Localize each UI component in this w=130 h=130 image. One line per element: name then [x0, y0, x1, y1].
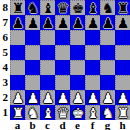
- rank-label-8: 8: [0, 0, 10, 15]
- rank-label-7: 7: [0, 15, 10, 30]
- piece-black-pawn[interactable]: ♟: [102, 16, 115, 30]
- piece-white-knight[interactable]: ♞: [102, 106, 115, 120]
- square-a5[interactable]: [10, 45, 25, 60]
- square-a3[interactable]: [10, 75, 25, 90]
- square-h7[interactable]: ♟: [115, 15, 130, 30]
- piece-white-rook[interactable]: ♜: [12, 106, 25, 120]
- file-label-a: a: [10, 120, 25, 130]
- square-b5[interactable]: [25, 45, 40, 60]
- piece-black-king[interactable]: ♚: [72, 1, 85, 15]
- square-c2[interactable]: ♟: [40, 90, 55, 105]
- square-e4[interactable]: [70, 60, 85, 75]
- square-h6[interactable]: [115, 30, 130, 45]
- piece-white-queen[interactable]: ♛: [57, 106, 70, 120]
- piece-black-bishop[interactable]: ♝: [42, 1, 55, 15]
- square-d3[interactable]: [55, 75, 70, 90]
- square-f2[interactable]: ♟: [85, 90, 100, 105]
- square-e1[interactable]: ♚: [70, 105, 85, 120]
- piece-black-pawn[interactable]: ♟: [57, 16, 70, 30]
- square-b7[interactable]: ♟: [25, 15, 40, 30]
- square-e8[interactable]: ♚: [70, 0, 85, 15]
- rank-label-1: 1: [0, 105, 10, 120]
- piece-white-pawn[interactable]: ♟: [102, 91, 115, 105]
- file-label-h: h: [115, 120, 130, 130]
- file-label-d: d: [55, 120, 70, 130]
- piece-black-pawn[interactable]: ♟: [42, 16, 55, 30]
- square-h4[interactable]: [115, 60, 130, 75]
- piece-black-bishop[interactable]: ♝: [87, 1, 100, 15]
- square-b2[interactable]: ♟: [25, 90, 40, 105]
- file-label-c: c: [40, 120, 55, 130]
- square-f6[interactable]: [85, 30, 100, 45]
- square-d8[interactable]: ♛: [55, 0, 70, 15]
- square-a2[interactable]: ♟: [10, 90, 25, 105]
- square-e3[interactable]: [70, 75, 85, 90]
- square-b6[interactable]: [25, 30, 40, 45]
- square-f8[interactable]: ♝: [85, 0, 100, 15]
- square-h8[interactable]: ♜: [115, 0, 130, 15]
- piece-white-king[interactable]: ♚: [72, 106, 85, 120]
- square-b8[interactable]: ♞: [25, 0, 40, 15]
- square-d6[interactable]: [55, 30, 70, 45]
- piece-white-pawn[interactable]: ♟: [27, 91, 40, 105]
- square-a7[interactable]: ♟: [10, 15, 25, 30]
- square-d2[interactable]: ♟: [55, 90, 70, 105]
- square-c6[interactable]: [40, 30, 55, 45]
- rank-label-2: 2: [0, 90, 10, 105]
- piece-black-queen[interactable]: ♛: [57, 1, 70, 15]
- rank-label-3: 3: [0, 75, 10, 90]
- piece-black-knight[interactable]: ♞: [102, 1, 115, 15]
- piece-white-pawn[interactable]: ♟: [42, 91, 55, 105]
- piece-black-rook[interactable]: ♜: [117, 1, 130, 15]
- square-g4[interactable]: [100, 60, 115, 75]
- piece-white-pawn[interactable]: ♟: [72, 91, 85, 105]
- square-d4[interactable]: [55, 60, 70, 75]
- piece-black-pawn[interactable]: ♟: [72, 16, 85, 30]
- square-d5[interactable]: [55, 45, 70, 60]
- file-label-b: b: [25, 120, 40, 130]
- square-g7[interactable]: ♟: [100, 15, 115, 30]
- square-d1[interactable]: ♛: [55, 105, 70, 120]
- piece-black-pawn[interactable]: ♟: [117, 16, 130, 30]
- piece-black-rook[interactable]: ♜: [12, 1, 25, 15]
- square-b1[interactable]: ♞: [25, 105, 40, 120]
- square-g3[interactable]: [100, 75, 115, 90]
- piece-black-pawn[interactable]: ♟: [27, 16, 40, 30]
- piece-white-knight[interactable]: ♞: [27, 106, 40, 120]
- square-f7[interactable]: ♟: [85, 15, 100, 30]
- square-g8[interactable]: ♞: [100, 0, 115, 15]
- square-a1[interactable]: ♜: [10, 105, 25, 120]
- square-g6[interactable]: [100, 30, 115, 45]
- square-d7[interactable]: ♟: [55, 15, 70, 30]
- piece-white-pawn[interactable]: ♟: [57, 91, 70, 105]
- piece-white-bishop[interactable]: ♝: [87, 106, 100, 120]
- square-f5[interactable]: [85, 45, 100, 60]
- file-labels: abcdefgh: [10, 120, 130, 130]
- square-c4[interactable]: [40, 60, 55, 75]
- square-h3[interactable]: [115, 75, 130, 90]
- square-e7[interactable]: ♟: [70, 15, 85, 30]
- square-a4[interactable]: [10, 60, 25, 75]
- square-b3[interactable]: [25, 75, 40, 90]
- rank-label-5: 5: [0, 45, 10, 60]
- square-h2[interactable]: ♟: [115, 90, 130, 105]
- square-g1[interactable]: ♞: [100, 105, 115, 120]
- square-f3[interactable]: [85, 75, 100, 90]
- piece-white-pawn[interactable]: ♟: [12, 91, 25, 105]
- piece-black-pawn[interactable]: ♟: [87, 16, 100, 30]
- square-e6[interactable]: [70, 30, 85, 45]
- file-label-g: g: [100, 120, 115, 130]
- square-e2[interactable]: ♟: [70, 90, 85, 105]
- square-c5[interactable]: [40, 45, 55, 60]
- chess-board: ♜♞♝♛♚♝♞♜♟♟♟♟♟♟♟♟♟♟♟♟♟♟♟♟♜♞♝♛♚♝♞♜: [10, 0, 130, 120]
- piece-black-pawn[interactable]: ♟: [12, 16, 25, 30]
- piece-white-pawn[interactable]: ♟: [117, 91, 130, 105]
- square-e5[interactable]: [70, 45, 85, 60]
- square-b4[interactable]: [25, 60, 40, 75]
- file-label-e: e: [70, 120, 85, 130]
- square-h5[interactable]: [115, 45, 130, 60]
- rank-label-6: 6: [0, 30, 10, 45]
- square-h1[interactable]: ♜: [115, 105, 130, 120]
- square-a6[interactable]: [10, 30, 25, 45]
- square-a8[interactable]: ♜: [10, 0, 25, 15]
- piece-white-rook[interactable]: ♜: [117, 106, 130, 120]
- square-c3[interactable]: [40, 75, 55, 90]
- square-c1[interactable]: ♝: [40, 105, 55, 120]
- square-f1[interactable]: ♝: [85, 105, 100, 120]
- piece-white-pawn[interactable]: ♟: [87, 91, 100, 105]
- square-g5[interactable]: [100, 45, 115, 60]
- square-c8[interactable]: ♝: [40, 0, 55, 15]
- piece-black-knight[interactable]: ♞: [27, 1, 40, 15]
- square-f4[interactable]: [85, 60, 100, 75]
- rank-labels: 87654321: [0, 0, 10, 120]
- square-c7[interactable]: ♟: [40, 15, 55, 30]
- file-label-f: f: [85, 120, 100, 130]
- square-g2[interactable]: ♟: [100, 90, 115, 105]
- rank-label-4: 4: [0, 60, 10, 75]
- chess-board-panel: 87654321 ♜♞♝♛♚♝♞♜♟♟♟♟♟♟♟♟♟♟♟♟♟♟♟♟♜♞♝♛♚♝♞…: [0, 0, 130, 130]
- piece-white-bishop[interactable]: ♝: [42, 106, 55, 120]
